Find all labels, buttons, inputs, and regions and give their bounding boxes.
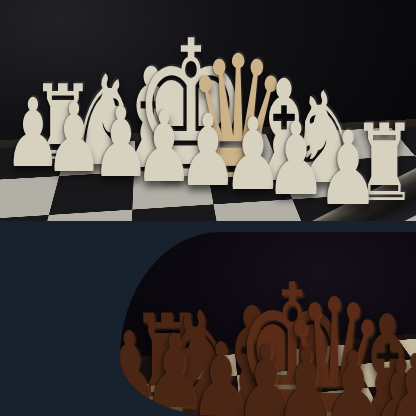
dark-set-inset-photo: ♜♞♝♚♛♝♟♟♟♟♟♟♟♟ bbox=[120, 232, 416, 416]
dark-pieces-layer: ♜♞♝♚♛♝♟♟♟♟♟♟♟♟ bbox=[120, 232, 416, 416]
background-panel: ♜♞♝♚♛♝♟♟♟♟♟♟♟♟ bbox=[0, 221, 416, 416]
piece-dark-pawn-8: ♟ bbox=[386, 342, 416, 416]
white-pieces-layer: ♜♞♝♚♛♝♞♜♟♟♟♟♟♟♟♟ bbox=[0, 0, 416, 221]
chess-set-product-photo: ♜♞♝♚♛♝♞♜♟♟♟♟♟♟♟♟ ♜♞♝♚♛♝♟♟♟♟♟♟♟♟ bbox=[0, 0, 416, 416]
piece-white-pawn-8: ♟ bbox=[317, 118, 379, 220]
board-square bbox=[120, 407, 171, 416]
white-set-photo: ♜♞♝♚♛♝♞♜♟♟♟♟♟♟♟♟ bbox=[0, 0, 416, 221]
